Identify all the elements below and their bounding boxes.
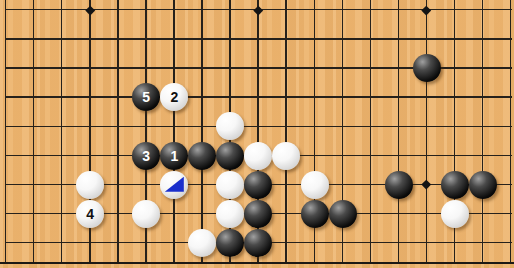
stone-black[interactable]: 5 [132, 83, 160, 111]
stone-black[interactable] [301, 200, 329, 228]
hoshi-point [254, 5, 263, 14]
stone-black[interactable] [244, 229, 272, 257]
board-bottom-border [0, 262, 514, 264]
go-board[interactable]: 52314 [0, 0, 514, 268]
stone-white[interactable]: 4 [76, 200, 104, 228]
stone-white[interactable] [160, 171, 188, 199]
stone-white[interactable] [188, 229, 216, 257]
stone-white[interactable] [244, 142, 272, 170]
stone-black[interactable] [216, 229, 244, 257]
stone-white[interactable] [272, 142, 300, 170]
hoshi-point [86, 5, 95, 14]
stone-black[interactable] [441, 171, 469, 199]
stone-white[interactable] [441, 200, 469, 228]
stone-white[interactable] [301, 171, 329, 199]
stone-black[interactable] [244, 200, 272, 228]
triangle-marker-icon [165, 177, 184, 192]
stone-grid: 52314 [0, 0, 514, 258]
stone-white[interactable] [132, 200, 160, 228]
stone-black[interactable] [244, 171, 272, 199]
stone-black[interactable] [385, 171, 413, 199]
stone-black[interactable] [469, 171, 497, 199]
stone-white[interactable] [216, 112, 244, 140]
move-number-label: 5 [142, 90, 150, 104]
move-number-label: 3 [142, 149, 150, 163]
stone-black[interactable] [413, 54, 441, 82]
hoshi-point [422, 180, 431, 189]
move-number-label: 2 [170, 90, 178, 104]
stone-white[interactable] [216, 171, 244, 199]
stone-black[interactable]: 1 [160, 142, 188, 170]
stone-black[interactable] [188, 142, 216, 170]
move-number-label: 4 [86, 207, 94, 221]
hoshi-point [422, 5, 431, 14]
stone-black[interactable] [329, 200, 357, 228]
stone-white[interactable] [216, 200, 244, 228]
stone-black[interactable]: 3 [132, 142, 160, 170]
move-number-label: 1 [170, 149, 178, 163]
stone-black[interactable] [216, 142, 244, 170]
stone-white[interactable]: 2 [160, 83, 188, 111]
stone-white[interactable] [76, 171, 104, 199]
